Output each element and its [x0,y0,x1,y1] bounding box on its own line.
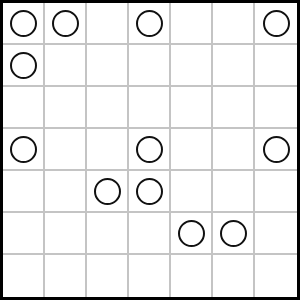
cell-r2c3[interactable] [129,87,171,129]
cell-r3c2[interactable] [87,129,129,171]
cell-r2c1[interactable] [45,87,87,129]
cell-r5c4[interactable] [171,213,213,255]
cell-r0c3[interactable] [129,3,171,45]
cell-r4c4[interactable] [171,171,213,213]
white-circle [10,136,37,163]
white-circle [136,178,163,205]
cell-r5c6[interactable] [255,213,297,255]
cell-r0c5[interactable] [213,3,255,45]
cell-r1c2[interactable] [87,45,129,87]
cell-r6c6[interactable] [255,255,297,297]
cell-r5c2[interactable] [87,213,129,255]
cell-r4c3[interactable] [129,171,171,213]
cell-r4c6[interactable] [255,171,297,213]
cell-r0c2[interactable] [87,3,129,45]
cell-r4c1[interactable] [45,171,87,213]
cell-r3c5[interactable] [213,129,255,171]
cell-r2c4[interactable] [171,87,213,129]
white-circle [52,10,79,37]
puzzle-board [0,0,300,300]
cell-r3c0[interactable] [3,129,45,171]
white-circle [263,10,290,37]
cell-r0c4[interactable] [171,3,213,45]
cell-r6c3[interactable] [129,255,171,297]
cell-r1c1[interactable] [45,45,87,87]
cell-r6c5[interactable] [213,255,255,297]
cell-r0c0[interactable] [3,3,45,45]
cell-r0c6[interactable] [255,3,297,45]
cell-r1c3[interactable] [129,45,171,87]
white-circle [136,10,163,37]
white-circle [220,220,247,247]
cell-r3c6[interactable] [255,129,297,171]
cell-r3c3[interactable] [129,129,171,171]
cell-r0c1[interactable] [45,3,87,45]
cell-r6c0[interactable] [3,255,45,297]
white-circle [94,178,121,205]
cell-r3c1[interactable] [45,129,87,171]
cell-r2c2[interactable] [87,87,129,129]
white-circle [10,52,37,79]
cell-r5c1[interactable] [45,213,87,255]
cell-r2c5[interactable] [213,87,255,129]
cell-r5c3[interactable] [129,213,171,255]
cell-r2c6[interactable] [255,87,297,129]
cell-r4c5[interactable] [213,171,255,213]
white-circle [136,136,163,163]
cell-r2c0[interactable] [3,87,45,129]
cell-r1c6[interactable] [255,45,297,87]
cell-r5c0[interactable] [3,213,45,255]
white-circle [263,136,290,163]
cell-r1c0[interactable] [3,45,45,87]
white-circle [10,10,37,37]
cell-r1c5[interactable] [213,45,255,87]
cell-r3c4[interactable] [171,129,213,171]
cell-r4c2[interactable] [87,171,129,213]
cell-r5c5[interactable] [213,213,255,255]
cell-r1c4[interactable] [171,45,213,87]
white-circle [178,220,205,247]
cell-r4c0[interactable] [3,171,45,213]
cell-r6c4[interactable] [171,255,213,297]
cell-r6c2[interactable] [87,255,129,297]
cell-r6c1[interactable] [45,255,87,297]
